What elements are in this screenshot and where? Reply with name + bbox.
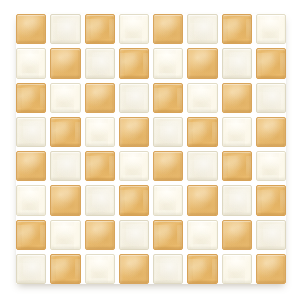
square-g4 <box>222 151 252 181</box>
square-b2 <box>50 220 80 250</box>
square-h7 <box>256 48 286 78</box>
square-b5 <box>50 117 80 147</box>
square-c6 <box>85 83 115 113</box>
square-e6 <box>153 83 183 113</box>
square-h2 <box>256 220 286 250</box>
square-b8 <box>50 14 80 44</box>
square-b4 <box>50 151 80 181</box>
square-h5 <box>256 117 286 147</box>
square-e1 <box>153 254 183 284</box>
square-h3 <box>256 185 286 215</box>
square-a5 <box>16 117 46 147</box>
square-a8 <box>16 14 46 44</box>
square-a1 <box>16 254 46 284</box>
square-b3 <box>50 185 80 215</box>
square-d1 <box>119 254 149 284</box>
square-e5 <box>153 117 183 147</box>
square-c5 <box>85 117 115 147</box>
square-d8 <box>119 14 149 44</box>
square-c7 <box>85 48 115 78</box>
square-c8 <box>85 14 115 44</box>
square-c2 <box>85 220 115 250</box>
square-b6 <box>50 83 80 113</box>
square-e4 <box>153 151 183 181</box>
square-c4 <box>85 151 115 181</box>
square-h4 <box>256 151 286 181</box>
square-e2 <box>153 220 183 250</box>
mosaic-checkerboard <box>16 14 286 284</box>
square-g7 <box>222 48 252 78</box>
mosaic-tile-sheet <box>0 0 300 300</box>
square-f5 <box>187 117 217 147</box>
square-d6 <box>119 83 149 113</box>
square-d4 <box>119 151 149 181</box>
square-h1 <box>256 254 286 284</box>
square-a3 <box>16 185 46 215</box>
square-g3 <box>222 185 252 215</box>
square-f1 <box>187 254 217 284</box>
square-f7 <box>187 48 217 78</box>
square-e7 <box>153 48 183 78</box>
square-a4 <box>16 151 46 181</box>
square-d3 <box>119 185 149 215</box>
square-f4 <box>187 151 217 181</box>
square-a2 <box>16 220 46 250</box>
square-g6 <box>222 83 252 113</box>
square-b7 <box>50 48 80 78</box>
square-f2 <box>187 220 217 250</box>
square-c3 <box>85 185 115 215</box>
square-a6 <box>16 83 46 113</box>
square-e8 <box>153 14 183 44</box>
square-g1 <box>222 254 252 284</box>
square-b1 <box>50 254 80 284</box>
square-f8 <box>187 14 217 44</box>
square-f6 <box>187 83 217 113</box>
square-d2 <box>119 220 149 250</box>
square-a7 <box>16 48 46 78</box>
square-g8 <box>222 14 252 44</box>
square-g2 <box>222 220 252 250</box>
square-e3 <box>153 185 183 215</box>
square-h8 <box>256 14 286 44</box>
square-c1 <box>85 254 115 284</box>
square-d5 <box>119 117 149 147</box>
square-g5 <box>222 117 252 147</box>
square-f3 <box>187 185 217 215</box>
square-d7 <box>119 48 149 78</box>
square-h6 <box>256 83 286 113</box>
